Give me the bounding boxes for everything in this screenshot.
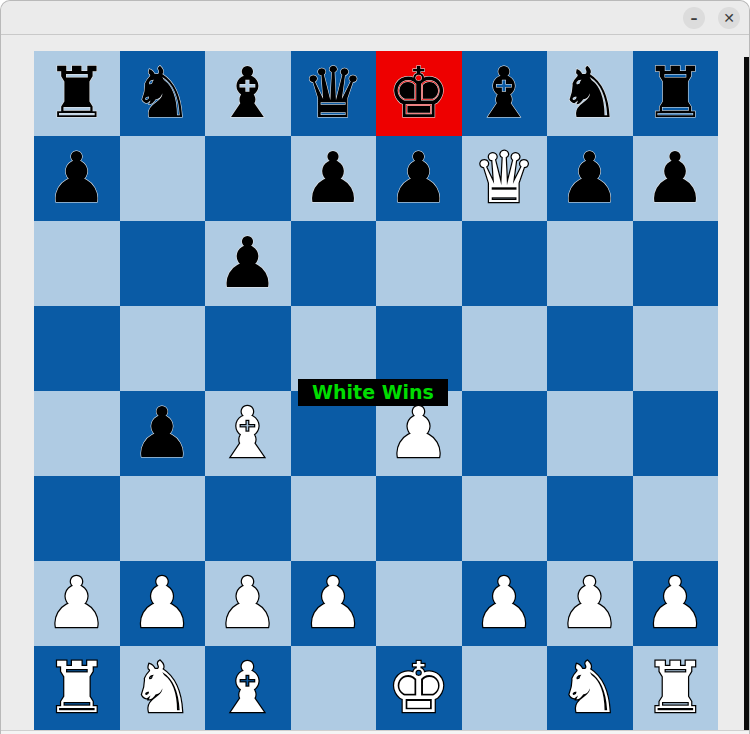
white-knight: ♞	[558, 646, 621, 731]
square-c3[interactable]	[205, 476, 291, 561]
square-b5[interactable]	[120, 306, 206, 391]
square-b6[interactable]	[120, 221, 206, 306]
black-knight: ♞	[131, 51, 194, 136]
window-bottom-edge	[1, 730, 749, 734]
title-bar[interactable]: – ✕	[1, 1, 749, 35]
white-bishop: ♝	[216, 646, 279, 731]
square-d6[interactable]	[291, 221, 377, 306]
square-d2[interactable]: ♟	[291, 561, 377, 646]
square-g8[interactable]: ♞	[547, 51, 633, 136]
result-banner: White Wins	[298, 379, 448, 406]
black-bishop: ♝	[216, 51, 279, 136]
square-g6[interactable]	[547, 221, 633, 306]
square-a4[interactable]	[34, 391, 120, 476]
square-h6[interactable]	[633, 221, 719, 306]
white-pawn: ♟	[131, 561, 194, 646]
square-h5[interactable]	[633, 306, 719, 391]
black-pawn: ♟	[302, 136, 365, 221]
white-pawn: ♟	[558, 561, 621, 646]
black-rook: ♜	[45, 51, 108, 136]
black-knight: ♞	[558, 51, 621, 136]
square-c6[interactable]: ♟	[205, 221, 291, 306]
square-f8[interactable]: ♝	[462, 51, 548, 136]
square-d1[interactable]	[291, 646, 377, 731]
square-f5[interactable]	[462, 306, 548, 391]
square-g4[interactable]	[547, 391, 633, 476]
square-d3[interactable]	[291, 476, 377, 561]
black-pawn: ♟	[644, 136, 707, 221]
square-a7[interactable]: ♟	[34, 136, 120, 221]
square-h4[interactable]	[633, 391, 719, 476]
black-rook: ♜	[644, 51, 707, 136]
black-pawn: ♟	[45, 136, 108, 221]
square-a6[interactable]	[34, 221, 120, 306]
black-bishop: ♝	[473, 51, 536, 136]
square-e8[interactable]: ♚	[376, 51, 462, 136]
square-d8[interactable]: ♛	[291, 51, 377, 136]
square-h2[interactable]: ♟	[633, 561, 719, 646]
white-queen: ♛	[473, 136, 536, 221]
black-pawn: ♟	[558, 136, 621, 221]
square-c1[interactable]: ♝	[205, 646, 291, 731]
square-g7[interactable]: ♟	[547, 136, 633, 221]
white-pawn: ♟	[216, 561, 279, 646]
black-pawn: ♟	[387, 136, 450, 221]
white-pawn: ♟	[302, 561, 365, 646]
white-king: ♚	[387, 646, 450, 731]
square-c2[interactable]: ♟	[205, 561, 291, 646]
square-b7[interactable]	[120, 136, 206, 221]
black-pawn: ♟	[216, 221, 279, 306]
white-rook: ♜	[644, 646, 707, 731]
square-b1[interactable]: ♞	[120, 646, 206, 731]
square-c7[interactable]	[205, 136, 291, 221]
square-a3[interactable]	[34, 476, 120, 561]
square-b4[interactable]: ♟	[120, 391, 206, 476]
square-h7[interactable]: ♟	[633, 136, 719, 221]
square-f4[interactable]	[462, 391, 548, 476]
square-f6[interactable]	[462, 221, 548, 306]
square-c4[interactable]: ♝	[205, 391, 291, 476]
square-b2[interactable]: ♟	[120, 561, 206, 646]
square-g5[interactable]	[547, 306, 633, 391]
square-e2[interactable]	[376, 561, 462, 646]
square-h1[interactable]: ♜	[633, 646, 719, 731]
white-bishop: ♝	[216, 391, 279, 476]
square-a2[interactable]: ♟	[34, 561, 120, 646]
square-g3[interactable]	[547, 476, 633, 561]
square-e3[interactable]	[376, 476, 462, 561]
square-f1[interactable]	[462, 646, 548, 731]
square-h8[interactable]: ♜	[633, 51, 719, 136]
white-pawn: ♟	[644, 561, 707, 646]
square-f3[interactable]	[462, 476, 548, 561]
square-g1[interactable]: ♞	[547, 646, 633, 731]
black-queen: ♛	[302, 51, 365, 136]
white-rook: ♜	[45, 646, 108, 731]
square-c8[interactable]: ♝	[205, 51, 291, 136]
square-e7[interactable]: ♟	[376, 136, 462, 221]
square-f2[interactable]: ♟	[462, 561, 548, 646]
right-edge-strip	[744, 57, 749, 734]
square-f7[interactable]: ♛	[462, 136, 548, 221]
white-pawn: ♟	[45, 561, 108, 646]
close-button[interactable]: ✕	[718, 7, 740, 29]
square-a8[interactable]: ♜	[34, 51, 120, 136]
square-b8[interactable]: ♞	[120, 51, 206, 136]
square-e1[interactable]: ♚	[376, 646, 462, 731]
square-a5[interactable]	[34, 306, 120, 391]
square-b3[interactable]	[120, 476, 206, 561]
square-e6[interactable]	[376, 221, 462, 306]
black-pawn: ♟	[131, 391, 194, 476]
white-knight: ♞	[131, 646, 194, 731]
square-a1[interactable]: ♜	[34, 646, 120, 731]
minimize-button[interactable]: –	[683, 7, 705, 29]
square-c5[interactable]	[205, 306, 291, 391]
square-g2[interactable]: ♟	[547, 561, 633, 646]
app-window: – ✕ ♜♞♝♛♚♝♞♜♟♟♟♛♟♟♟♟♝♟♟♟♟♟♟♟♟♜♞♝♚♞♜ Whit…	[0, 0, 750, 734]
black-king: ♚	[387, 51, 450, 136]
square-h3[interactable]	[633, 476, 719, 561]
white-pawn: ♟	[473, 561, 536, 646]
square-d7[interactable]: ♟	[291, 136, 377, 221]
